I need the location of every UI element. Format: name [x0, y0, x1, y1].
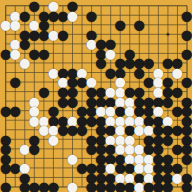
- intersection[interactable]: [58, 182, 68, 192]
- intersection[interactable]: ●: [144, 134, 154, 144]
- intersection[interactable]: ●: [182, 96, 192, 106]
- intersection[interactable]: ●: [115, 68, 125, 78]
- intersection[interactable]: ●: [58, 68, 68, 78]
- intersection[interactable]: [58, 49, 68, 59]
- intersection[interactable]: [106, 20, 116, 30]
- intersection[interactable]: ●: [10, 77, 20, 87]
- intersection[interactable]: [144, 1, 154, 11]
- intersection[interactable]: ●: [163, 134, 173, 144]
- intersection[interactable]: ●: [144, 77, 154, 87]
- intersection[interactable]: ●: [106, 87, 116, 97]
- intersection[interactable]: ●: [68, 182, 78, 192]
- intersection[interactable]: ●: [182, 30, 192, 40]
- intersection[interactable]: ●: [172, 58, 182, 68]
- intersection[interactable]: ●: [87, 96, 97, 106]
- intersection[interactable]: ●: [96, 134, 106, 144]
- intersection[interactable]: [68, 134, 78, 144]
- intersection[interactable]: ●: [144, 96, 154, 106]
- intersection[interactable]: ●: [134, 163, 144, 173]
- intersection[interactable]: [106, 30, 116, 40]
- intersection[interactable]: ●: [134, 153, 144, 163]
- intersection[interactable]: ●: [106, 115, 116, 125]
- intersection[interactable]: [163, 144, 173, 154]
- intersection[interactable]: [10, 172, 20, 182]
- intersection[interactable]: [10, 30, 20, 40]
- intersection[interactable]: [20, 68, 30, 78]
- intersection[interactable]: [96, 30, 106, 40]
- intersection[interactable]: ●: [153, 96, 163, 106]
- intersection[interactable]: ●: [144, 182, 154, 192]
- intersection[interactable]: ●: [68, 1, 78, 11]
- intersection[interactable]: ●: [134, 68, 144, 78]
- intersection[interactable]: ●: [87, 39, 97, 49]
- intersection[interactable]: [58, 134, 68, 144]
- intersection[interactable]: [68, 163, 78, 173]
- intersection[interactable]: ●: [153, 115, 163, 125]
- intersection[interactable]: [49, 20, 59, 30]
- intersection[interactable]: ●: [20, 182, 30, 192]
- intersection[interactable]: ●: [115, 77, 125, 87]
- intersection[interactable]: [153, 39, 163, 49]
- intersection[interactable]: ●: [134, 96, 144, 106]
- intersection[interactable]: ●: [134, 125, 144, 135]
- intersection[interactable]: [125, 77, 135, 87]
- intersection[interactable]: ●: [125, 144, 135, 154]
- intersection[interactable]: ●: [39, 182, 49, 192]
- intersection[interactable]: ●: [106, 68, 116, 78]
- intersection[interactable]: ●: [58, 77, 68, 87]
- intersection[interactable]: [87, 20, 97, 30]
- intersection[interactable]: ●: [77, 125, 87, 135]
- intersection[interactable]: [39, 172, 49, 182]
- intersection[interactable]: [115, 10, 125, 20]
- intersection[interactable]: ●: [125, 115, 135, 125]
- intersection[interactable]: ●: [125, 182, 135, 192]
- intersection[interactable]: ●: [39, 20, 49, 30]
- intersection[interactable]: [20, 134, 30, 144]
- intersection[interactable]: [163, 10, 173, 20]
- intersection[interactable]: [58, 153, 68, 163]
- intersection[interactable]: [115, 30, 125, 40]
- intersection[interactable]: ●: [39, 49, 49, 59]
- intersection[interactable]: ●: [144, 163, 154, 173]
- intersection[interactable]: [172, 1, 182, 11]
- intersection[interactable]: ●: [96, 153, 106, 163]
- intersection[interactable]: [77, 49, 87, 59]
- intersection[interactable]: ●: [87, 172, 97, 182]
- intersection[interactable]: ●: [68, 125, 78, 135]
- intersection[interactable]: ●: [182, 144, 192, 154]
- intersection[interactable]: ●: [115, 153, 125, 163]
- intersection[interactable]: ●: [58, 115, 68, 125]
- intersection[interactable]: [10, 182, 20, 192]
- intersection[interactable]: ●: [153, 125, 163, 135]
- intersection[interactable]: [68, 49, 78, 59]
- intersection[interactable]: ●: [20, 163, 30, 173]
- intersection[interactable]: [153, 30, 163, 40]
- intersection[interactable]: ●: [1, 153, 11, 163]
- intersection[interactable]: ●: [106, 144, 116, 154]
- intersection[interactable]: [49, 172, 59, 182]
- intersection[interactable]: [172, 115, 182, 125]
- intersection[interactable]: ●: [68, 10, 78, 20]
- intersection[interactable]: [153, 1, 163, 11]
- intersection[interactable]: ●: [182, 125, 192, 135]
- intersection[interactable]: ●: [39, 10, 49, 20]
- intersection[interactable]: [1, 115, 11, 125]
- intersection[interactable]: ●: [68, 87, 78, 97]
- intersection[interactable]: ●: [153, 144, 163, 154]
- intersection[interactable]: ●: [125, 106, 135, 116]
- intersection[interactable]: ●: [96, 106, 106, 116]
- intersection[interactable]: [163, 49, 173, 59]
- intersection[interactable]: ●: [96, 87, 106, 97]
- intersection[interactable]: ●: [153, 172, 163, 182]
- intersection[interactable]: [30, 125, 40, 135]
- intersection[interactable]: [20, 153, 30, 163]
- intersection[interactable]: [182, 87, 192, 97]
- intersection[interactable]: [182, 163, 192, 173]
- intersection[interactable]: ●: [10, 106, 20, 116]
- intersection[interactable]: [163, 1, 173, 11]
- intersection[interactable]: ●: [10, 163, 20, 173]
- intersection[interactable]: ●: [77, 163, 87, 173]
- intersection[interactable]: [68, 58, 78, 68]
- intersection[interactable]: ●: [125, 163, 135, 173]
- intersection[interactable]: [1, 10, 11, 20]
- intersection[interactable]: ●: [125, 58, 135, 68]
- intersection[interactable]: [10, 68, 20, 78]
- intersection[interactable]: ●: [182, 115, 192, 125]
- intersection[interactable]: [1, 1, 11, 11]
- intersection[interactable]: ●: [144, 106, 154, 116]
- intersection[interactable]: ●: [106, 106, 116, 116]
- intersection[interactable]: [30, 10, 40, 20]
- intersection[interactable]: ●: [39, 30, 49, 40]
- intersection[interactable]: ●: [1, 144, 11, 154]
- intersection[interactable]: ●: [49, 125, 59, 135]
- intersection[interactable]: [115, 39, 125, 49]
- intersection[interactable]: [77, 96, 87, 106]
- intersection[interactable]: ●: [115, 182, 125, 192]
- intersection[interactable]: [163, 39, 173, 49]
- intersection[interactable]: [182, 58, 192, 68]
- intersection[interactable]: [39, 58, 49, 68]
- intersection[interactable]: ●: [153, 77, 163, 87]
- intersection[interactable]: [125, 68, 135, 78]
- intersection[interactable]: ●: [58, 96, 68, 106]
- intersection[interactable]: ●: [115, 144, 125, 154]
- intersection[interactable]: ●: [125, 153, 135, 163]
- intersection[interactable]: [163, 30, 173, 40]
- intersection[interactable]: [115, 49, 125, 59]
- intersection[interactable]: [134, 10, 144, 20]
- intersection[interactable]: ●: [182, 172, 192, 182]
- intersection[interactable]: ●: [96, 172, 106, 182]
- intersection[interactable]: [68, 106, 78, 116]
- intersection[interactable]: [87, 68, 97, 78]
- intersection[interactable]: ●: [134, 115, 144, 125]
- intersection[interactable]: ●: [87, 134, 97, 144]
- intersection[interactable]: ●: [115, 106, 125, 116]
- intersection[interactable]: [49, 49, 59, 59]
- intersection[interactable]: [49, 58, 59, 68]
- intersection[interactable]: ●: [58, 87, 68, 97]
- intersection[interactable]: [10, 96, 20, 106]
- intersection[interactable]: [49, 87, 59, 97]
- intersection[interactable]: [49, 153, 59, 163]
- intersection[interactable]: ●: [163, 77, 173, 87]
- intersection[interactable]: [68, 144, 78, 154]
- intersection[interactable]: ●: [58, 125, 68, 135]
- intersection[interactable]: ●: [49, 68, 59, 78]
- intersection[interactable]: ●: [144, 115, 154, 125]
- intersection[interactable]: ●: [153, 134, 163, 144]
- intersection[interactable]: ●: [1, 163, 11, 173]
- intersection[interactable]: [1, 87, 11, 97]
- intersection[interactable]: ●: [182, 182, 192, 192]
- intersection[interactable]: [77, 30, 87, 40]
- intersection[interactable]: ●: [10, 39, 20, 49]
- intersection[interactable]: ●: [96, 39, 106, 49]
- intersection[interactable]: [77, 182, 87, 192]
- intersection[interactable]: [30, 172, 40, 182]
- intersection[interactable]: [49, 96, 59, 106]
- intersection[interactable]: ●: [153, 163, 163, 173]
- intersection[interactable]: [182, 39, 192, 49]
- intersection[interactable]: ●: [153, 182, 163, 192]
- intersection[interactable]: ●: [163, 115, 173, 125]
- intersection[interactable]: ●: [144, 144, 154, 154]
- intersection[interactable]: ●: [153, 87, 163, 97]
- intersection[interactable]: [77, 10, 87, 20]
- intersection[interactable]: ●: [68, 77, 78, 87]
- intersection[interactable]: [20, 49, 30, 59]
- intersection[interactable]: ●: [49, 10, 59, 20]
- intersection[interactable]: [134, 49, 144, 59]
- intersection[interactable]: [125, 39, 135, 49]
- intersection[interactable]: [144, 49, 154, 59]
- intersection[interactable]: ●: [96, 163, 106, 173]
- intersection[interactable]: [134, 39, 144, 49]
- intersection[interactable]: ●: [182, 134, 192, 144]
- intersection[interactable]: ●: [87, 144, 97, 154]
- intersection[interactable]: [134, 134, 144, 144]
- intersection[interactable]: [20, 125, 30, 135]
- intersection[interactable]: ●: [115, 115, 125, 125]
- intersection[interactable]: ●: [106, 182, 116, 192]
- intersection[interactable]: [58, 20, 68, 30]
- intersection[interactable]: [30, 68, 40, 78]
- intersection[interactable]: [153, 58, 163, 68]
- intersection[interactable]: [39, 77, 49, 87]
- intersection[interactable]: ●: [30, 96, 40, 106]
- intersection[interactable]: ●: [125, 134, 135, 144]
- intersection[interactable]: ●: [163, 182, 173, 192]
- intersection[interactable]: ●: [153, 153, 163, 163]
- intersection[interactable]: [10, 125, 20, 135]
- intersection[interactable]: [106, 58, 116, 68]
- intersection[interactable]: ●: [125, 87, 135, 97]
- intersection[interactable]: ●: [20, 39, 30, 49]
- intersection[interactable]: [1, 96, 11, 106]
- intersection[interactable]: [58, 1, 68, 11]
- intersection[interactable]: ●: [106, 163, 116, 173]
- intersection[interactable]: [58, 144, 68, 154]
- intersection[interactable]: [30, 77, 40, 87]
- intersection[interactable]: [144, 10, 154, 20]
- intersection[interactable]: [39, 134, 49, 144]
- intersection[interactable]: ●: [30, 20, 40, 30]
- intersection[interactable]: [10, 87, 20, 97]
- intersection[interactable]: ●: [96, 58, 106, 68]
- intersection[interactable]: [125, 20, 135, 30]
- intersection[interactable]: ●: [163, 125, 173, 135]
- intersection[interactable]: [77, 134, 87, 144]
- intersection[interactable]: ●: [96, 125, 106, 135]
- intersection[interactable]: ●: [96, 144, 106, 154]
- intersection[interactable]: [68, 20, 78, 30]
- intersection[interactable]: [68, 172, 78, 182]
- intersection[interactable]: [87, 153, 97, 163]
- intersection[interactable]: [172, 49, 182, 59]
- intersection[interactable]: ●: [172, 144, 182, 154]
- intersection[interactable]: [77, 172, 87, 182]
- intersection[interactable]: ●: [163, 153, 173, 163]
- intersection[interactable]: ●: [10, 20, 20, 30]
- intersection[interactable]: [39, 106, 49, 116]
- intersection[interactable]: [87, 125, 97, 135]
- intersection[interactable]: [58, 106, 68, 116]
- intersection[interactable]: [182, 68, 192, 78]
- intersection[interactable]: [96, 10, 106, 20]
- intersection[interactable]: ●: [106, 134, 116, 144]
- intersection[interactable]: ●: [49, 115, 59, 125]
- intersection[interactable]: ●: [182, 106, 192, 116]
- intersection[interactable]: [144, 87, 154, 97]
- intersection[interactable]: ●: [106, 96, 116, 106]
- intersection[interactable]: [58, 163, 68, 173]
- intersection[interactable]: ●: [134, 106, 144, 116]
- intersection[interactable]: [87, 49, 97, 59]
- intersection[interactable]: ●: [182, 10, 192, 20]
- intersection[interactable]: [39, 1, 49, 11]
- intersection[interactable]: [96, 20, 106, 30]
- intersection[interactable]: [10, 153, 20, 163]
- intersection[interactable]: ●: [77, 106, 87, 116]
- intersection[interactable]: ●: [106, 39, 116, 49]
- intersection[interactable]: ●: [96, 96, 106, 106]
- intersection[interactable]: ●: [30, 106, 40, 116]
- intersection[interactable]: ●: [58, 30, 68, 40]
- intersection[interactable]: ●: [115, 20, 125, 30]
- intersection[interactable]: [153, 10, 163, 20]
- intersection[interactable]: ●: [96, 49, 106, 59]
- intersection[interactable]: ●: [106, 172, 116, 182]
- intersection[interactable]: ●: [96, 115, 106, 125]
- intersection[interactable]: [49, 39, 59, 49]
- intersection[interactable]: ●: [153, 106, 163, 116]
- intersection[interactable]: [30, 39, 40, 49]
- intersection[interactable]: ●: [172, 172, 182, 182]
- intersection[interactable]: ●: [172, 87, 182, 97]
- intersection[interactable]: [125, 10, 135, 20]
- intersection[interactable]: ●: [172, 106, 182, 116]
- intersection[interactable]: ●: [134, 20, 144, 30]
- intersection[interactable]: [77, 144, 87, 154]
- intersection[interactable]: ●: [30, 1, 40, 11]
- intersection[interactable]: [96, 77, 106, 87]
- intersection[interactable]: [30, 87, 40, 97]
- intersection[interactable]: [30, 163, 40, 173]
- intersection[interactable]: [96, 1, 106, 11]
- intersection[interactable]: [144, 39, 154, 49]
- intersection[interactable]: ●: [68, 115, 78, 125]
- intersection[interactable]: ●: [20, 58, 30, 68]
- intersection[interactable]: [1, 30, 11, 40]
- intersection[interactable]: [39, 96, 49, 106]
- intersection[interactable]: ●: [125, 96, 135, 106]
- intersection[interactable]: [39, 163, 49, 173]
- intersection[interactable]: [39, 68, 49, 78]
- intersection[interactable]: ●: [10, 10, 20, 20]
- intersection[interactable]: ●: [87, 163, 97, 173]
- intersection[interactable]: [115, 1, 125, 11]
- intersection[interactable]: [1, 172, 11, 182]
- intersection[interactable]: [20, 106, 30, 116]
- intersection[interactable]: [144, 20, 154, 30]
- intersection[interactable]: [134, 77, 144, 87]
- go-board[interactable]: ●●●●●●●●●●●●●●●●●●●●●●●●●●●●●●●●●●●●●●●●…: [0, 0, 192, 192]
- intersection[interactable]: ●: [77, 68, 87, 78]
- intersection[interactable]: ●: [68, 96, 78, 106]
- intersection[interactable]: [77, 153, 87, 163]
- intersection[interactable]: ●: [49, 30, 59, 40]
- intersection[interactable]: ●: [115, 172, 125, 182]
- intersection[interactable]: ●: [144, 153, 154, 163]
- intersection[interactable]: [20, 1, 30, 11]
- intersection[interactable]: [1, 77, 11, 87]
- intersection[interactable]: [49, 77, 59, 87]
- intersection[interactable]: [39, 144, 49, 154]
- intersection[interactable]: [20, 77, 30, 87]
- intersection[interactable]: ●: [87, 182, 97, 192]
- intersection[interactable]: ●: [163, 58, 173, 68]
- intersection[interactable]: [163, 20, 173, 30]
- intersection[interactable]: ●: [163, 172, 173, 182]
- intersection[interactable]: [1, 68, 11, 78]
- intersection[interactable]: ●: [153, 68, 163, 78]
- intersection[interactable]: ●: [77, 115, 87, 125]
- intersection[interactable]: ●: [182, 77, 192, 87]
- intersection[interactable]: [106, 1, 116, 11]
- intersection[interactable]: ●: [20, 30, 30, 40]
- intersection[interactable]: [1, 125, 11, 135]
- intersection[interactable]: [77, 1, 87, 11]
- intersection[interactable]: [172, 77, 182, 87]
- intersection[interactable]: ●: [1, 106, 11, 116]
- intersection[interactable]: ●: [49, 134, 59, 144]
- intersection[interactable]: ●: [1, 182, 11, 192]
- intersection[interactable]: ●: [115, 58, 125, 68]
- intersection[interactable]: ●: [10, 49, 20, 59]
- intersection[interactable]: ●: [125, 49, 135, 59]
- intersection[interactable]: [77, 39, 87, 49]
- intersection[interactable]: [172, 39, 182, 49]
- intersection[interactable]: ●: [30, 115, 40, 125]
- intersection[interactable]: ●: [77, 77, 87, 87]
- intersection[interactable]: ●: [106, 153, 116, 163]
